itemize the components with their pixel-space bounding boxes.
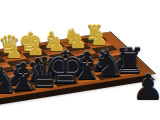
chess-set-product-photo: ♜♞♝♛♚♝♞♜♟♟♟♟♟♟♟♟♟♟♟♟♟♟♟♟♜♞♝♛♚♝♞♜♟: [0, 0, 160, 120]
chess-board: [0, 32, 155, 104]
